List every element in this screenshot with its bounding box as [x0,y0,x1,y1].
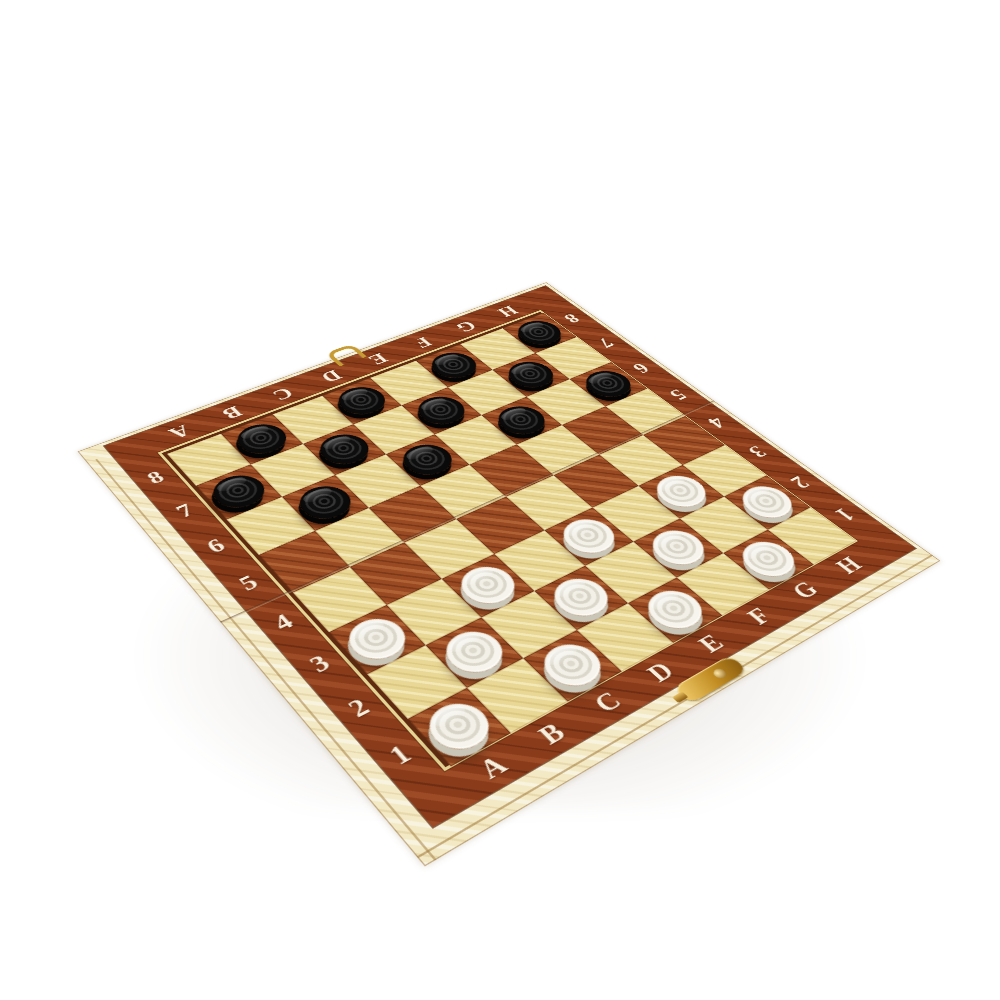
product-photo-scene: ABCDEFGH ABCDEFGH 87654321 87654321 [0,0,1000,1000]
